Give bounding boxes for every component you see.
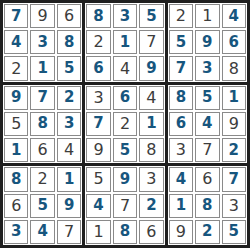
cell-r5c1[interactable]: 5 [4,112,28,136]
cell-r4c8[interactable]: 5 [195,86,219,110]
cell-r5c2[interactable]: 8 [30,112,54,136]
cell-r6c1[interactable]: 1 [4,138,28,162]
cell-r6c2[interactable]: 6 [30,138,54,162]
cell-r9c1[interactable]: 3 [4,220,28,244]
cell-r3c1[interactable]: 2 [4,56,28,80]
sudoku-box-1: 796438215 [3,3,82,82]
cell-r6c7[interactable]: 3 [169,138,193,162]
cell-r2c2[interactable]: 3 [30,30,54,54]
cell-r4c4[interactable]: 3 [86,86,110,110]
cell-r6c9[interactable]: 2 [222,138,246,162]
cell-r1c6[interactable]: 5 [139,4,163,28]
cell-r5c4[interactable]: 7 [86,112,110,136]
cell-r2c4[interactable]: 2 [86,30,110,54]
cell-r1c8[interactable]: 1 [195,4,219,28]
cell-r6c5[interactable]: 5 [113,138,137,162]
cell-r8c9[interactable]: 3 [222,194,246,218]
sudoku-box-8: 593472186 [85,166,164,245]
cell-r3c3[interactable]: 5 [57,56,81,80]
cell-r8c2[interactable]: 5 [30,194,54,218]
cell-r6c4[interactable]: 9 [86,138,110,162]
cell-r4c3[interactable]: 2 [57,86,81,110]
cell-r4c6[interactable]: 4 [139,86,163,110]
cell-r8c7[interactable]: 1 [169,194,193,218]
cell-r4c7[interactable]: 8 [169,86,193,110]
cell-r2c1[interactable]: 4 [4,30,28,54]
cell-r7c8[interactable]: 6 [195,167,219,191]
cell-r2c8[interactable]: 9 [195,30,219,54]
cell-r9c7[interactable]: 9 [169,220,193,244]
cell-r8c5[interactable]: 7 [113,194,137,218]
cell-r4c2[interactable]: 7 [30,86,54,110]
cell-r8c1[interactable]: 6 [4,194,28,218]
cell-r7c5[interactable]: 9 [113,167,137,191]
cell-r9c6[interactable]: 6 [139,220,163,244]
cell-r1c1[interactable]: 7 [4,4,28,28]
cell-r1c3[interactable]: 6 [57,4,81,28]
cell-r5c6[interactable]: 1 [139,112,163,136]
cell-r3c8[interactable]: 3 [195,56,219,80]
cell-r1c4[interactable]: 8 [86,4,110,28]
sudoku-box-5: 364721958 [85,85,164,164]
cell-r7c6[interactable]: 3 [139,167,163,191]
cell-r2c3[interactable]: 8 [57,30,81,54]
cell-r4c5[interactable]: 6 [113,86,137,110]
cell-r3c7[interactable]: 7 [169,56,193,80]
cell-r1c5[interactable]: 3 [113,4,137,28]
cell-r7c9[interactable]: 7 [222,167,246,191]
cell-r5c5[interactable]: 2 [113,112,137,136]
sudoku-box-9: 467183925 [168,166,247,245]
cell-r7c4[interactable]: 5 [86,167,110,191]
cell-r7c3[interactable]: 1 [57,167,81,191]
cell-r7c1[interactable]: 8 [4,167,28,191]
cell-r8c3[interactable]: 9 [57,194,81,218]
cell-r6c8[interactable]: 7 [195,138,219,162]
sudoku-board: 7964382158352176492145967389725831643647… [0,0,250,248]
cell-r2c7[interactable]: 5 [169,30,193,54]
cell-r2c6[interactable]: 7 [139,30,163,54]
sudoku-box-2: 835217649 [85,3,164,82]
cell-r6c3[interactable]: 4 [57,138,81,162]
cell-r3c6[interactable]: 9 [139,56,163,80]
cell-r3c5[interactable]: 4 [113,56,137,80]
cell-r9c2[interactable]: 4 [30,220,54,244]
cell-r9c4[interactable]: 1 [86,220,110,244]
cell-r8c6[interactable]: 2 [139,194,163,218]
sudoku-box-6: 851649372 [168,85,247,164]
cell-r2c9[interactable]: 6 [222,30,246,54]
cell-r6c6[interactable]: 8 [139,138,163,162]
cell-r8c4[interactable]: 4 [86,194,110,218]
cell-r5c3[interactable]: 3 [57,112,81,136]
cell-r7c7[interactable]: 4 [169,167,193,191]
cell-r3c9[interactable]: 8 [222,56,246,80]
sudoku-box-3: 214596738 [168,3,247,82]
cell-r7c2[interactable]: 2 [30,167,54,191]
cell-r1c7[interactable]: 2 [169,4,193,28]
cell-r3c4[interactable]: 6 [86,56,110,80]
cell-r2c5[interactable]: 1 [113,30,137,54]
cell-r5c9[interactable]: 9 [222,112,246,136]
sudoku-box-7: 821659347 [3,166,82,245]
sudoku-box-4: 972583164 [3,85,82,164]
cell-r9c8[interactable]: 2 [195,220,219,244]
cell-r1c9[interactable]: 4 [222,4,246,28]
cell-r9c3[interactable]: 7 [57,220,81,244]
cell-r9c5[interactable]: 8 [113,220,137,244]
cell-r8c8[interactable]: 8 [195,194,219,218]
cell-r4c9[interactable]: 1 [222,86,246,110]
cell-r5c7[interactable]: 6 [169,112,193,136]
cell-r9c9[interactable]: 5 [222,220,246,244]
cell-r1c2[interactable]: 9 [30,4,54,28]
cell-r4c1[interactable]: 9 [4,86,28,110]
cell-r5c8[interactable]: 4 [195,112,219,136]
cell-r3c2[interactable]: 1 [30,56,54,80]
